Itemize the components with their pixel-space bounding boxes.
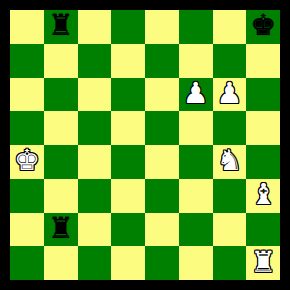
square-f7[interactable] <box>179 44 213 78</box>
square-a1[interactable] <box>10 246 44 280</box>
square-h7[interactable] <box>246 44 280 78</box>
square-b2[interactable]: ♜ <box>44 213 78 247</box>
square-b7[interactable] <box>44 44 78 78</box>
square-a5[interactable] <box>10 111 44 145</box>
chess-board-frame: ♜♚♟♟♚♞♝♜♜ <box>0 0 290 290</box>
square-c8[interactable] <box>78 10 112 44</box>
square-e3[interactable] <box>145 179 179 213</box>
square-b3[interactable] <box>44 179 78 213</box>
square-a2[interactable] <box>10 213 44 247</box>
white-bishop[interactable]: ♝ <box>250 180 276 209</box>
square-d8[interactable] <box>111 10 145 44</box>
chess-board: ♜♚♟♟♚♞♝♜♜ <box>10 10 280 280</box>
square-c3[interactable] <box>78 179 112 213</box>
square-h2[interactable] <box>246 213 280 247</box>
square-g2[interactable] <box>213 213 247 247</box>
square-b8[interactable]: ♜ <box>44 10 78 44</box>
square-d3[interactable] <box>111 179 145 213</box>
square-d7[interactable] <box>111 44 145 78</box>
square-b4[interactable] <box>44 145 78 179</box>
white-rook[interactable]: ♜ <box>250 248 276 277</box>
square-d6[interactable] <box>111 78 145 112</box>
white-knight[interactable]: ♞ <box>216 146 242 175</box>
square-g6[interactable]: ♟ <box>213 78 247 112</box>
square-e1[interactable] <box>145 246 179 280</box>
square-d2[interactable] <box>111 213 145 247</box>
white-pawn[interactable]: ♟ <box>183 79 209 108</box>
square-a8[interactable] <box>10 10 44 44</box>
square-e7[interactable] <box>145 44 179 78</box>
square-e8[interactable] <box>145 10 179 44</box>
square-d4[interactable] <box>111 145 145 179</box>
square-h3[interactable]: ♝ <box>246 179 280 213</box>
square-c7[interactable] <box>78 44 112 78</box>
square-g8[interactable] <box>213 10 247 44</box>
square-e4[interactable] <box>145 145 179 179</box>
square-f3[interactable] <box>179 179 213 213</box>
square-h5[interactable] <box>246 111 280 145</box>
square-c2[interactable] <box>78 213 112 247</box>
square-f8[interactable] <box>179 10 213 44</box>
white-king[interactable]: ♚ <box>14 146 40 175</box>
square-c4[interactable] <box>78 145 112 179</box>
square-e2[interactable] <box>145 213 179 247</box>
square-a3[interactable] <box>10 179 44 213</box>
square-g3[interactable] <box>213 179 247 213</box>
square-b6[interactable] <box>44 78 78 112</box>
square-g1[interactable] <box>213 246 247 280</box>
square-e6[interactable] <box>145 78 179 112</box>
square-a7[interactable] <box>10 44 44 78</box>
square-a6[interactable] <box>10 78 44 112</box>
square-f6[interactable]: ♟ <box>179 78 213 112</box>
square-g5[interactable] <box>213 111 247 145</box>
square-h6[interactable] <box>246 78 280 112</box>
square-d5[interactable] <box>111 111 145 145</box>
square-c1[interactable] <box>78 246 112 280</box>
square-f2[interactable] <box>179 213 213 247</box>
square-g4[interactable]: ♞ <box>213 145 247 179</box>
square-b5[interactable] <box>44 111 78 145</box>
square-h4[interactable] <box>246 145 280 179</box>
square-f1[interactable] <box>179 246 213 280</box>
square-a4[interactable]: ♚ <box>10 145 44 179</box>
square-c5[interactable] <box>78 111 112 145</box>
white-pawn[interactable]: ♟ <box>216 79 242 108</box>
black-rook[interactable]: ♜ <box>48 11 74 40</box>
square-g7[interactable] <box>213 44 247 78</box>
square-h1[interactable]: ♜ <box>246 246 280 280</box>
square-b1[interactable] <box>44 246 78 280</box>
square-f5[interactable] <box>179 111 213 145</box>
square-c6[interactable] <box>78 78 112 112</box>
square-e5[interactable] <box>145 111 179 145</box>
black-king[interactable]: ♚ <box>250 11 276 40</box>
square-h8[interactable]: ♚ <box>246 10 280 44</box>
square-f4[interactable] <box>179 145 213 179</box>
black-rook[interactable]: ♜ <box>48 214 74 243</box>
square-d1[interactable] <box>111 246 145 280</box>
